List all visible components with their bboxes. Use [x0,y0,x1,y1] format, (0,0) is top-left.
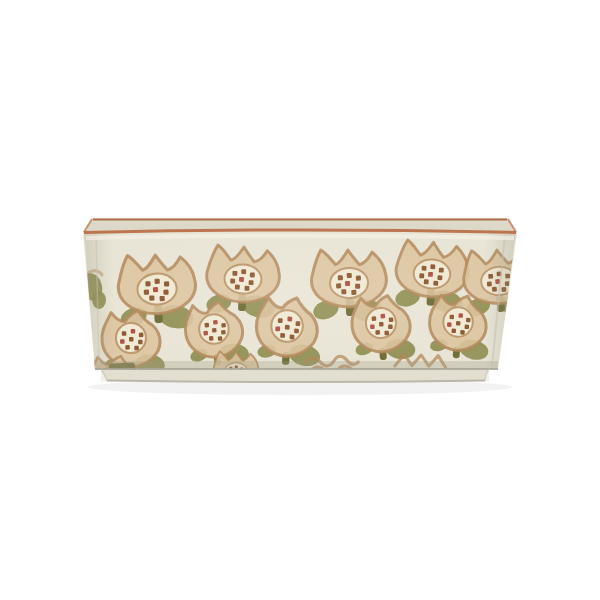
product-photo [0,0,600,600]
planter-foot [95,369,498,382]
ceramic-planter-illustration [0,0,600,600]
glaze-shading [84,232,517,372]
